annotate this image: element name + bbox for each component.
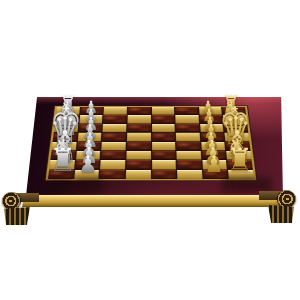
square-g4[interactable] bbox=[127, 115, 150, 123]
square-b5[interactable] bbox=[152, 160, 177, 169]
square-e3[interactable] bbox=[102, 133, 126, 141]
board-foot-right bbox=[250, 190, 296, 232]
square-a5[interactable] bbox=[152, 170, 177, 179]
piece-black-pawn[interactable]: ♟ bbox=[205, 153, 224, 176]
square-c3[interactable] bbox=[101, 151, 126, 160]
board-rim bbox=[22, 195, 288, 207]
square-f6[interactable] bbox=[176, 124, 200, 132]
square-c6[interactable] bbox=[177, 151, 202, 160]
square-f4[interactable] bbox=[127, 124, 150, 132]
square-h3[interactable] bbox=[104, 107, 127, 115]
volute-scroll-icon bbox=[277, 190, 296, 208]
square-e6[interactable] bbox=[176, 133, 200, 141]
square-h6[interactable] bbox=[175, 107, 198, 115]
square-g3[interactable] bbox=[103, 115, 126, 123]
square-e4[interactable] bbox=[127, 133, 151, 141]
square-b4[interactable] bbox=[126, 160, 151, 169]
piece-white-rook[interactable]: ♜ bbox=[50, 144, 76, 176]
square-a6[interactable] bbox=[177, 170, 202, 179]
square-d4[interactable] bbox=[127, 142, 151, 151]
square-b3[interactable] bbox=[100, 160, 125, 169]
square-d5[interactable] bbox=[152, 142, 176, 151]
square-h4[interactable] bbox=[128, 107, 151, 115]
square-d3[interactable] bbox=[102, 142, 126, 151]
square-g6[interactable] bbox=[175, 115, 198, 123]
square-f3[interactable] bbox=[103, 124, 127, 132]
square-b6[interactable] bbox=[177, 160, 202, 169]
square-a4[interactable] bbox=[126, 170, 151, 179]
square-f5[interactable] bbox=[152, 124, 175, 132]
piece-white-pawn[interactable]: ♟ bbox=[79, 153, 98, 176]
board-foot-left bbox=[2, 192, 44, 227]
square-c5[interactable] bbox=[152, 151, 176, 160]
square-h5[interactable] bbox=[152, 107, 175, 115]
square-c4[interactable] bbox=[126, 151, 150, 160]
foot-flutes bbox=[268, 205, 294, 223]
piece-reflection bbox=[76, 177, 102, 192]
square-e5[interactable] bbox=[152, 133, 176, 141]
square-g5[interactable] bbox=[152, 115, 175, 123]
chess-set-photo: ♜♞♝♛♚♝♞♜♟♟♟♟♟♟♟♟♟♟♟♟♟♟♟♟♜♞♝♛♚♝♞♜ bbox=[0, 0, 300, 300]
volute-scroll-icon bbox=[2, 192, 21, 210]
foot-flutes bbox=[4, 207, 30, 225]
square-d6[interactable] bbox=[176, 142, 200, 151]
square-a3[interactable] bbox=[100, 170, 125, 179]
piece-black-rook[interactable]: ♜ bbox=[226, 144, 252, 176]
